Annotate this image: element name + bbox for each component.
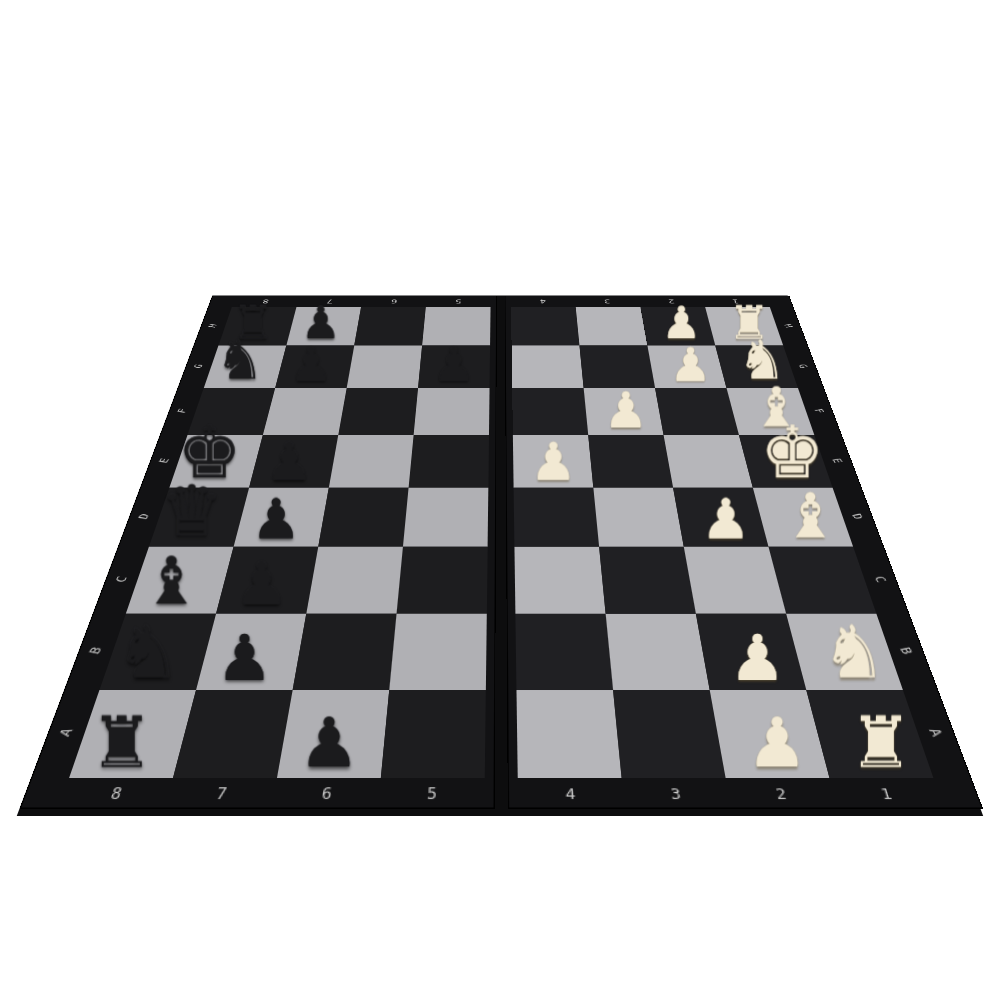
square-g6 xyxy=(347,345,422,387)
piece-white-pawn-b2: ♟ xyxy=(709,628,805,688)
square-b7: ♟ xyxy=(196,614,306,690)
perspective-stage: 8765 HGFEDCBA ♜♟♞♟♟♚♟♛♟♝♟♞♟♜♟ 8765 4321 … xyxy=(118,258,882,738)
square-c4 xyxy=(514,547,605,614)
piece-black-queen-d8: ♛ xyxy=(149,479,234,546)
rank-label-5: 5 xyxy=(426,784,437,802)
square-e6 xyxy=(329,435,414,488)
piece-white-rook-a1: ♜ xyxy=(829,708,933,775)
square-c6 xyxy=(306,547,403,614)
square-d5 xyxy=(403,488,488,547)
piece-black-pawn-g7: ♟ xyxy=(276,342,347,387)
rank-label-2: 2 xyxy=(668,298,676,305)
piece-black-knight-b8: ♞ xyxy=(100,619,196,688)
piece-black-pawn-b7: ♟ xyxy=(197,628,293,688)
square-g5: ♟ xyxy=(418,345,490,387)
file-label-e: E xyxy=(830,457,845,464)
square-a7 xyxy=(173,690,293,778)
piece-black-pawn-g5: ♟ xyxy=(418,342,489,387)
square-a6: ♟ xyxy=(277,690,389,778)
rank-labels-front-right: 4321 xyxy=(518,778,944,809)
file-label-h: H xyxy=(207,323,220,328)
piece-white-pawn-g2: ♟ xyxy=(655,342,726,387)
rank-label-6: 6 xyxy=(321,784,333,802)
square-e7: ♟ xyxy=(249,435,338,488)
square-h6 xyxy=(354,307,426,345)
square-h4 xyxy=(511,307,579,345)
piece-black-pawn-d7: ♟ xyxy=(234,492,319,545)
square-e4: ♟ xyxy=(513,435,593,488)
file-label-g: G xyxy=(796,364,810,369)
square-d3 xyxy=(593,488,683,547)
square-h3 xyxy=(576,307,648,345)
rank-label-6: 6 xyxy=(391,298,398,305)
board-half-black-side: 8765 HGFEDCBA ♜♟♞♟♟♚♟♛♟♝♟♞♟♜♟ 8765 xyxy=(20,296,497,809)
square-b6 xyxy=(293,614,397,690)
square-e3 xyxy=(588,435,673,488)
piece-white-pawn-d2: ♟ xyxy=(684,492,769,545)
chess-board: 8765 HGFEDCBA ♜♟♞♟♟♚♟♛♟♝♟♞♟♜♟ 8765 4321 … xyxy=(17,296,983,816)
rank-label-1: 1 xyxy=(878,784,893,802)
square-c5 xyxy=(397,547,488,614)
piece-black-pawn-e7: ♟ xyxy=(249,437,329,487)
rank-label-3: 3 xyxy=(670,784,683,802)
piece-white-pawn-f3: ♟ xyxy=(588,387,663,434)
square-f5 xyxy=(414,388,490,435)
square-b5 xyxy=(389,614,487,690)
rank-label-8: 8 xyxy=(109,784,124,802)
square-a3 xyxy=(613,690,725,778)
square-f6 xyxy=(338,388,418,435)
square-e5 xyxy=(409,435,489,488)
rank-label-7: 7 xyxy=(215,784,229,802)
piece-white-pawn-a2: ♟ xyxy=(725,711,829,776)
file-label-c: C xyxy=(872,575,889,583)
rank-label-5: 5 xyxy=(455,298,461,305)
piece-white-knight-b1: ♞ xyxy=(806,619,902,688)
square-g4 xyxy=(512,345,584,387)
square-f2 xyxy=(655,388,739,435)
square-a2: ♟ xyxy=(710,690,830,778)
piece-black-rook-a8: ♜ xyxy=(70,708,174,775)
rank-label-3: 3 xyxy=(604,298,611,305)
square-c7: ♟ xyxy=(216,547,318,614)
piece-black-knight-g8: ♞ xyxy=(204,336,275,387)
piece-black-pawn-a6: ♟ xyxy=(277,711,381,776)
square-f3: ♟ xyxy=(584,388,664,435)
rank-label-4: 4 xyxy=(540,298,546,305)
square-g2: ♟ xyxy=(647,345,726,387)
square-d7: ♟ xyxy=(234,488,329,547)
piece-white-pawn-e4: ♟ xyxy=(514,437,594,487)
piece-black-bishop-c8: ♝ xyxy=(126,549,216,612)
square-a4 xyxy=(516,690,621,778)
square-f7 xyxy=(263,388,347,435)
rank-label-4: 4 xyxy=(565,784,576,802)
piece-white-king-e1: ♚ xyxy=(753,418,833,486)
rank-labels-front-left: 8765 xyxy=(58,778,484,809)
square-d4 xyxy=(514,488,600,547)
square-c3 xyxy=(599,547,696,614)
chess-set-product-photo: 8765 HGFEDCBA ♜♟♞♟♟♚♟♛♟♝♟♞♟♜♟ 8765 4321 … xyxy=(0,0,1000,1000)
square-b3 xyxy=(606,614,710,690)
piece-black-pawn-c7: ♟ xyxy=(217,556,307,612)
square-b4 xyxy=(515,614,613,690)
square-g7: ♟ xyxy=(275,345,354,387)
square-d6 xyxy=(318,488,408,547)
square-d2: ♟ xyxy=(673,488,768,547)
square-g8: ♞ xyxy=(204,345,287,387)
rank-label-2: 2 xyxy=(774,784,788,802)
square-a5 xyxy=(381,690,486,778)
square-e2 xyxy=(664,435,753,488)
piece-white-bishop-d1: ♝ xyxy=(768,486,853,545)
board-fold-wrap: 8765 HGFEDCBA ♜♟♞♟♟♚♟♛♟♝♟♞♟♜♟ 8765 4321 … xyxy=(17,296,983,816)
file-label-h: H xyxy=(782,323,795,328)
square-f4 xyxy=(512,388,588,435)
board-half-white-side: 4321 HGFEDCBA ♟♜♟♞♟♝♟♚♟♝♟♞♟♜ 4321 xyxy=(505,296,983,809)
square-b2: ♟ xyxy=(696,614,806,690)
